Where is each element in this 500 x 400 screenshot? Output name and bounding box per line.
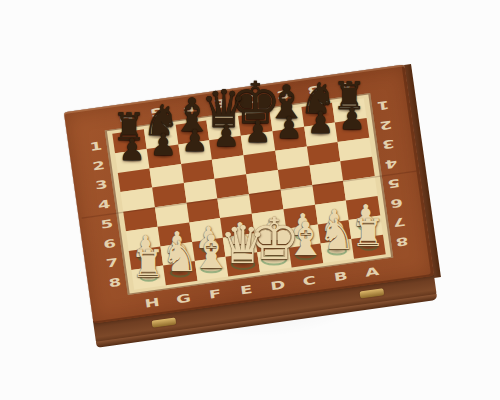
black-pawn-glyph: ♟ (339, 104, 366, 134)
pieces-layer: ♜♞♝♛♚♝♞♜♟♟♟♟♟♟♟♟♟♟♟♟♟♟♟♟♜♞♝♛♚♝♞♜ (0, 0, 500, 400)
black-pawn-glyph: ♟ (182, 126, 209, 156)
black-pawn-glyph: ♟ (307, 108, 334, 138)
white-rook-glyph: ♜ (131, 245, 165, 283)
product-photo-stage: HHGGFFEEDDCCBBAA1122334455667788 ♜♞♝♛♚♝♞… (0, 0, 500, 400)
black-pawn-glyph: ♟ (150, 130, 177, 160)
white-knight-glyph: ♞ (161, 237, 199, 279)
white-rook-glyph: ♜ (352, 214, 386, 252)
black-pawn-glyph: ♟ (213, 121, 240, 151)
black-pawn-glyph: ♟ (276, 113, 303, 143)
black-pawn-glyph: ♟ (119, 135, 146, 165)
black-pawn-glyph: ♟ (244, 117, 271, 147)
